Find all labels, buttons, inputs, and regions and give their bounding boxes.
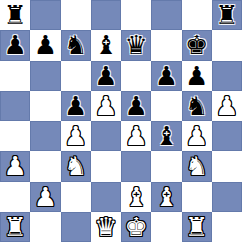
piece-white-pawn-h5[interactable]: ♟ — [215, 91, 238, 121]
square-f6[interactable]: ♟ — [151, 61, 181, 91]
square-g3[interactable]: ♞ — [182, 151, 212, 181]
square-c6[interactable] — [61, 61, 91, 91]
square-g1[interactable]: ♜ — [182, 212, 212, 242]
piece-white-pawn-a3[interactable]: ♟ — [3, 151, 26, 181]
square-e8[interactable] — [121, 0, 151, 30]
square-e3[interactable] — [121, 151, 151, 181]
square-f1[interactable] — [151, 212, 181, 242]
piece-white-rook-a1[interactable]: ♜ — [3, 212, 26, 242]
piece-black-king-g7[interactable]: ♚ — [185, 30, 208, 60]
square-h6[interactable] — [212, 61, 242, 91]
square-f3[interactable] — [151, 151, 181, 181]
piece-black-rook-h8[interactable]: ♜ — [215, 0, 238, 30]
piece-black-pawn-a7[interactable]: ♟ — [3, 30, 26, 60]
square-h4[interactable] — [212, 121, 242, 151]
piece-white-queen-d1[interactable]: ♛ — [94, 212, 117, 242]
square-c3[interactable]: ♞ — [61, 151, 91, 181]
square-a3[interactable]: ♟ — [0, 151, 30, 181]
piece-white-bishop-f2[interactable]: ♝ — [155, 182, 178, 212]
piece-black-pawn-g6[interactable]: ♟ — [185, 61, 208, 91]
square-c1[interactable] — [61, 212, 91, 242]
square-g8[interactable] — [182, 0, 212, 30]
square-e6[interactable] — [121, 61, 151, 91]
square-f7[interactable] — [151, 30, 181, 60]
square-a1[interactable]: ♜ — [0, 212, 30, 242]
square-f2[interactable]: ♝ — [151, 182, 181, 212]
piece-black-queen-e7[interactable]: ♛ — [124, 30, 147, 60]
square-h5[interactable]: ♟ — [212, 91, 242, 121]
piece-white-pawn-d5[interactable]: ♟ — [94, 91, 117, 121]
square-c2[interactable] — [61, 182, 91, 212]
piece-black-pawn-d6[interactable]: ♟ — [94, 61, 117, 91]
piece-black-bishop-f4[interactable]: ♝ — [155, 121, 178, 151]
square-h2[interactable] — [212, 182, 242, 212]
square-c4[interactable]: ♟ — [61, 121, 91, 151]
piece-black-pawn-f6[interactable]: ♟ — [155, 61, 178, 91]
square-a2[interactable] — [0, 182, 30, 212]
square-b5[interactable] — [30, 91, 60, 121]
square-d7[interactable]: ♝ — [91, 30, 121, 60]
piece-white-knight-g3[interactable]: ♞ — [185, 151, 208, 181]
square-b7[interactable]: ♟ — [30, 30, 60, 60]
square-d1[interactable]: ♛ — [91, 212, 121, 242]
square-h1[interactable] — [212, 212, 242, 242]
square-d5[interactable]: ♟ — [91, 91, 121, 121]
square-h8[interactable]: ♜ — [212, 0, 242, 30]
square-b6[interactable] — [30, 61, 60, 91]
piece-white-pawn-c4[interactable]: ♟ — [64, 121, 87, 151]
piece-white-knight-c3[interactable]: ♞ — [64, 151, 87, 181]
square-a6[interactable] — [0, 61, 30, 91]
square-b2[interactable]: ♟ — [30, 182, 60, 212]
piece-black-rook-a8[interactable]: ♜ — [3, 0, 26, 30]
square-e4[interactable]: ♟ — [121, 121, 151, 151]
square-g2[interactable] — [182, 182, 212, 212]
square-f5[interactable] — [151, 91, 181, 121]
piece-black-pawn-c5[interactable]: ♟ — [64, 91, 87, 121]
piece-black-pawn-e5[interactable]: ♟ — [124, 91, 147, 121]
square-d8[interactable] — [91, 0, 121, 30]
square-d4[interactable] — [91, 121, 121, 151]
square-a5[interactable] — [0, 91, 30, 121]
square-e7[interactable]: ♛ — [121, 30, 151, 60]
piece-white-pawn-g4[interactable]: ♟ — [185, 121, 208, 151]
square-g6[interactable]: ♟ — [182, 61, 212, 91]
square-h7[interactable] — [212, 30, 242, 60]
square-f4[interactable]: ♝ — [151, 121, 181, 151]
square-c5[interactable]: ♟ — [61, 91, 91, 121]
square-a8[interactable]: ♜ — [0, 0, 30, 30]
square-e1[interactable]: ♚ — [121, 212, 151, 242]
square-a7[interactable]: ♟ — [0, 30, 30, 60]
square-b8[interactable] — [30, 0, 60, 30]
square-c7[interactable]: ♞ — [61, 30, 91, 60]
square-g5[interactable]: ♞ — [182, 91, 212, 121]
square-c8[interactable] — [61, 0, 91, 30]
piece-white-pawn-e4[interactable]: ♟ — [124, 121, 147, 151]
square-b1[interactable] — [30, 212, 60, 242]
square-g7[interactable]: ♚ — [182, 30, 212, 60]
square-b3[interactable] — [30, 151, 60, 181]
piece-white-bishop-e2[interactable]: ♝ — [124, 182, 147, 212]
square-e2[interactable]: ♝ — [121, 182, 151, 212]
piece-black-bishop-d7[interactable]: ♝ — [94, 30, 117, 60]
square-e5[interactable]: ♟ — [121, 91, 151, 121]
square-d2[interactable] — [91, 182, 121, 212]
piece-white-rook-g1[interactable]: ♜ — [185, 212, 208, 242]
square-b4[interactable] — [30, 121, 60, 151]
piece-black-knight-c7[interactable]: ♞ — [64, 30, 87, 60]
square-h3[interactable] — [212, 151, 242, 181]
square-g4[interactable]: ♟ — [182, 121, 212, 151]
square-d6[interactable]: ♟ — [91, 61, 121, 91]
piece-black-pawn-b7[interactable]: ♟ — [34, 30, 57, 60]
piece-white-pawn-b2[interactable]: ♟ — [34, 182, 57, 212]
square-f8[interactable] — [151, 0, 181, 30]
square-a4[interactable] — [0, 121, 30, 151]
square-d3[interactable] — [91, 151, 121, 181]
chess-board: ♜♜♟♟♞♝♛♚♟♟♟♟♟♟♞♟♟♟♝♟♟♞♞♟♝♝♜♛♚♜ — [0, 0, 242, 242]
piece-black-knight-g5[interactable]: ♞ — [185, 91, 208, 121]
piece-white-king-e1[interactable]: ♚ — [124, 212, 147, 242]
